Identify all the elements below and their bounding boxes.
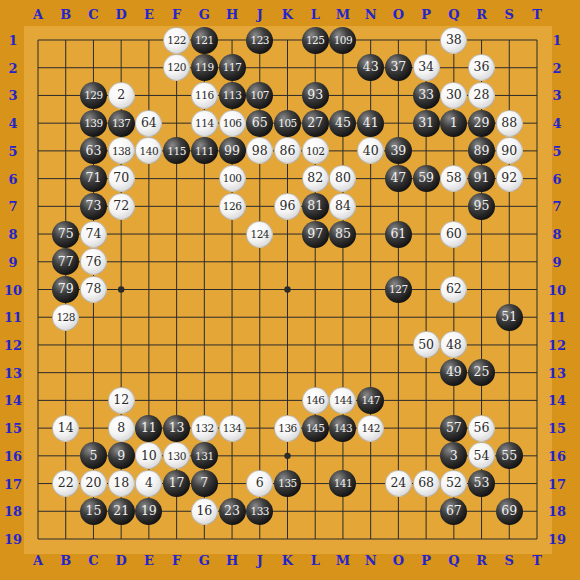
- stone-move-number: 19: [141, 505, 157, 518]
- row-label-right-18: 18: [548, 505, 566, 518]
- row-label-left-13: 13: [4, 366, 22, 379]
- stone-move-number: 120: [167, 62, 186, 73]
- stone-move-number: 16: [196, 505, 212, 518]
- col-label-top-K: K: [282, 8, 293, 21]
- stone-G5-move-111[interactable]: 111: [191, 137, 218, 164]
- stone-H2-move-117[interactable]: 117: [219, 54, 246, 81]
- stone-move-number: 117: [223, 62, 242, 73]
- stone-H4-move-106[interactable]: 106: [219, 110, 246, 137]
- col-label-bottom-C: C: [88, 554, 98, 567]
- stone-P6-move-59[interactable]: 59: [413, 165, 440, 192]
- col-label-bottom-G: G: [199, 554, 210, 567]
- stone-D14-move-12[interactable]: 12: [108, 387, 135, 414]
- stone-J1-move-123[interactable]: 123: [246, 27, 273, 54]
- stone-D4-move-137[interactable]: 137: [108, 110, 135, 137]
- stone-S4-move-88[interactable]: 88: [496, 110, 523, 137]
- stone-Q1-move-38[interactable]: 38: [440, 27, 467, 54]
- stone-move-number: 71: [85, 172, 101, 185]
- stone-S5-move-90[interactable]: 90: [496, 137, 523, 164]
- stone-move-number: 135: [278, 478, 297, 489]
- stone-P2-move-34[interactable]: 34: [413, 54, 440, 81]
- stone-move-number: 126: [223, 201, 242, 212]
- stone-H3-move-113[interactable]: 113: [219, 82, 246, 109]
- star-point-D10: [118, 286, 124, 292]
- row-label-right-12: 12: [548, 338, 566, 351]
- stone-move-number: 62: [446, 283, 462, 296]
- stone-move-number: 89: [474, 145, 490, 158]
- stone-move-number: 52: [446, 477, 462, 490]
- stone-J4-move-65[interactable]: 65: [246, 110, 273, 137]
- stone-move-number: 121: [195, 35, 214, 46]
- stone-R6-move-91[interactable]: 91: [468, 165, 495, 192]
- stone-Q8-move-60[interactable]: 60: [440, 221, 467, 248]
- stone-move-number: 53: [474, 477, 490, 490]
- stone-move-number: 12: [113, 394, 129, 407]
- stone-move-number: 49: [446, 366, 462, 379]
- stone-move-number: 29: [474, 117, 490, 130]
- stone-move-number: 128: [56, 312, 75, 323]
- stone-L15-move-145[interactable]: 145: [302, 415, 329, 442]
- stone-move-number: 7: [200, 477, 208, 490]
- stone-move-number: 40: [363, 145, 379, 158]
- stone-move-number: 4: [145, 477, 153, 490]
- stone-P4-move-31[interactable]: 31: [413, 110, 440, 137]
- stone-move-number: 14: [58, 422, 74, 435]
- stone-move-number: 106: [223, 118, 242, 129]
- stone-move-number: 131: [195, 451, 214, 462]
- stone-move-number: 47: [390, 172, 406, 185]
- row-label-right-3: 3: [552, 89, 561, 102]
- stone-K7-move-96[interactable]: 96: [274, 193, 301, 220]
- stone-move-number: 134: [223, 423, 242, 434]
- stone-E4-move-64[interactable]: 64: [135, 110, 162, 137]
- stone-move-number: 18: [113, 477, 129, 490]
- stone-move-number: 115: [167, 146, 186, 157]
- stone-move-number: 39: [390, 145, 406, 158]
- stone-G17-move-7[interactable]: 7: [191, 470, 218, 497]
- stone-S11-move-51[interactable]: 51: [496, 304, 523, 331]
- stone-move-number: 129: [84, 90, 103, 101]
- stone-move-number: 24: [390, 477, 406, 490]
- stone-move-number: 11: [141, 422, 157, 435]
- stone-move-number: 1: [450, 117, 458, 130]
- col-label-bottom-B: B: [60, 554, 71, 567]
- stone-move-number: 91: [474, 172, 490, 185]
- stone-R7-move-95[interactable]: 95: [468, 193, 495, 220]
- stone-move-number: 124: [250, 229, 269, 240]
- row-label-right-8: 8: [552, 228, 561, 241]
- row-label-left-12: 12: [4, 338, 22, 351]
- stone-move-number: 86: [280, 145, 296, 158]
- stone-move-number: 96: [280, 200, 296, 213]
- stone-K4-move-105[interactable]: 105: [274, 110, 301, 137]
- stone-L5-move-102[interactable]: 102: [302, 137, 329, 164]
- col-label-bottom-A: A: [33, 554, 43, 567]
- stone-move-number: 102: [306, 146, 325, 157]
- stone-move-number: 82: [307, 172, 323, 185]
- stone-move-number: 48: [446, 339, 462, 352]
- stone-L6-move-82[interactable]: 82: [302, 165, 329, 192]
- col-label-top-L: L: [311, 8, 320, 21]
- col-label-bottom-K: K: [282, 554, 293, 567]
- row-label-left-3: 3: [8, 89, 17, 102]
- stone-move-number: 98: [252, 145, 268, 158]
- stone-move-number: 137: [112, 118, 131, 129]
- stone-move-number: 141: [334, 478, 353, 489]
- stone-move-number: 95: [474, 200, 490, 213]
- stone-move-number: 107: [250, 90, 269, 101]
- stone-S6-move-92[interactable]: 92: [496, 165, 523, 192]
- stone-move-number: 70: [113, 172, 129, 185]
- stone-R3-move-28[interactable]: 28: [468, 82, 495, 109]
- stone-B15-move-14[interactable]: 14: [52, 415, 79, 442]
- stone-move-number: 111: [195, 146, 214, 157]
- stone-move-number: 77: [58, 256, 74, 269]
- stone-move-number: 28: [474, 89, 490, 102]
- stone-Q4-move-1[interactable]: 1: [440, 110, 467, 137]
- stone-move-number: 145: [306, 423, 325, 434]
- col-label-top-C: C: [88, 8, 98, 21]
- stone-move-number: 9: [117, 450, 125, 463]
- col-label-top-P: P: [421, 8, 431, 21]
- col-label-top-J: J: [257, 8, 263, 21]
- col-label-top-D: D: [116, 8, 127, 21]
- col-label-bottom-L: L: [311, 554, 320, 567]
- row-label-left-2: 2: [8, 61, 17, 74]
- stone-H5-move-99[interactable]: 99: [219, 137, 246, 164]
- stone-move-number: 88: [501, 117, 517, 130]
- stone-D16-move-9[interactable]: 9: [108, 442, 135, 469]
- stone-move-number: 10: [141, 450, 157, 463]
- col-label-top-G: G: [199, 8, 210, 21]
- stone-C17-move-20[interactable]: 20: [80, 470, 107, 497]
- stone-move-number: 33: [418, 89, 434, 102]
- stone-move-number: 144: [334, 395, 353, 406]
- stone-R17-move-53[interactable]: 53: [468, 470, 495, 497]
- row-label-left-7: 7: [8, 200, 17, 213]
- stone-move-number: 105: [278, 118, 297, 129]
- stone-D7-move-72[interactable]: 72: [108, 193, 135, 220]
- stone-F17-move-17[interactable]: 17: [163, 470, 190, 497]
- col-label-top-B: B: [60, 8, 71, 21]
- col-label-bottom-P: P: [421, 554, 431, 567]
- stone-move-number: 63: [85, 145, 101, 158]
- stone-move-number: 146: [306, 395, 325, 406]
- col-label-bottom-T: T: [532, 554, 542, 567]
- stone-O2-move-37[interactable]: 37: [385, 54, 412, 81]
- stone-J3-move-107[interactable]: 107: [246, 82, 273, 109]
- stone-L4-move-27[interactable]: 27: [302, 110, 329, 137]
- stone-G1-move-121[interactable]: 121: [191, 27, 218, 54]
- stone-D15-move-8[interactable]: 8: [108, 415, 135, 442]
- stone-move-number: 57: [446, 422, 462, 435]
- stone-D5-move-138[interactable]: 138: [108, 137, 135, 164]
- stone-J18-move-133[interactable]: 133: [246, 498, 273, 525]
- stone-M8-move-85[interactable]: 85: [329, 221, 356, 248]
- row-label-left-15: 15: [4, 422, 22, 435]
- stone-move-number: 5: [89, 450, 97, 463]
- stone-K15-move-136[interactable]: 136: [274, 415, 301, 442]
- stone-move-number: 3: [450, 450, 458, 463]
- stone-G18-move-16[interactable]: 16: [191, 498, 218, 525]
- stone-move-number: 31: [418, 117, 434, 130]
- stone-move-number: 79: [58, 283, 74, 296]
- row-label-left-1: 1: [8, 34, 17, 47]
- col-label-bottom-H: H: [226, 554, 238, 567]
- row-label-left-18: 18: [4, 505, 22, 518]
- stone-O8-move-61[interactable]: 61: [385, 221, 412, 248]
- stone-N4-move-41[interactable]: 41: [357, 110, 384, 137]
- col-label-top-F: F: [172, 8, 181, 21]
- stone-move-number: 99: [224, 145, 240, 158]
- stone-P17-move-68[interactable]: 68: [413, 470, 440, 497]
- stone-move-number: 2: [117, 89, 125, 102]
- stone-move-number: 123: [250, 35, 269, 46]
- row-label-left-17: 17: [4, 477, 22, 490]
- stone-S18-move-69[interactable]: 69: [496, 498, 523, 525]
- stone-move-number: 93: [307, 89, 323, 102]
- stone-move-number: 139: [84, 118, 103, 129]
- col-label-bottom-S: S: [505, 554, 514, 567]
- stone-O6-move-47[interactable]: 47: [385, 165, 412, 192]
- stone-move-number: 41: [363, 117, 379, 130]
- stone-move-number: 22: [58, 477, 74, 490]
- stone-move-number: 69: [501, 505, 517, 518]
- stone-L3-move-93[interactable]: 93: [302, 82, 329, 109]
- stone-move-number: 50: [418, 339, 434, 352]
- stone-D17-move-18[interactable]: 18: [108, 470, 135, 497]
- col-label-bottom-O: O: [393, 554, 404, 567]
- stone-P3-move-33[interactable]: 33: [413, 82, 440, 109]
- stone-move-number: 30: [446, 89, 462, 102]
- row-label-left-6: 6: [8, 172, 17, 185]
- stone-move-number: 122: [167, 35, 186, 46]
- row-label-right-19: 19: [548, 533, 566, 546]
- stone-move-number: 64: [141, 117, 157, 130]
- col-label-bottom-N: N: [365, 554, 377, 567]
- col-label-bottom-D: D: [116, 554, 127, 567]
- stone-C6-move-71[interactable]: 71: [80, 165, 107, 192]
- stone-G16-move-131[interactable]: 131: [191, 442, 218, 469]
- stone-move-number: 60: [446, 228, 462, 241]
- stone-move-number: 45: [335, 117, 351, 130]
- stone-move-number: 72: [113, 200, 129, 213]
- stone-move-number: 84: [335, 200, 351, 213]
- stone-move-number: 125: [306, 35, 325, 46]
- stone-move-number: 8: [117, 422, 125, 435]
- row-label-right-16: 16: [548, 449, 566, 462]
- row-label-right-10: 10: [548, 283, 566, 296]
- stone-move-number: 67: [446, 505, 462, 518]
- stone-move-number: 116: [195, 90, 214, 101]
- stone-L14-move-146[interactable]: 146: [302, 387, 329, 414]
- stone-move-number: 17: [169, 477, 185, 490]
- stone-move-number: 25: [474, 366, 490, 379]
- stone-O10-move-127[interactable]: 127: [385, 276, 412, 303]
- stone-move-number: 58: [446, 172, 462, 185]
- stone-move-number: 92: [501, 172, 517, 185]
- stone-G4-move-114[interactable]: 114: [191, 110, 218, 137]
- stone-move-number: 127: [389, 284, 408, 295]
- row-label-right-7: 7: [552, 200, 561, 213]
- row-label-left-8: 8: [8, 228, 17, 241]
- row-label-left-19: 19: [4, 533, 22, 546]
- col-label-bottom-J: J: [257, 554, 263, 567]
- stone-Q18-move-67[interactable]: 67: [440, 498, 467, 525]
- stone-C9-move-76[interactable]: 76: [80, 248, 107, 275]
- stone-move-number: 55: [501, 450, 517, 463]
- stone-B8-move-75[interactable]: 75: [52, 221, 79, 248]
- stone-move-number: 136: [278, 423, 297, 434]
- stone-Q15-move-57[interactable]: 57: [440, 415, 467, 442]
- stone-M4-move-45[interactable]: 45: [329, 110, 356, 137]
- go-game-record: AABBCCDDEEFFGGHHJJKKLLMMNNOOPPQQRRSSTT11…: [0, 0, 580, 580]
- stone-C8-move-74[interactable]: 74: [80, 221, 107, 248]
- stone-move-number: 75: [58, 228, 74, 241]
- stone-move-number: 34: [418, 61, 434, 74]
- row-label-left-16: 16: [4, 449, 22, 462]
- stone-move-number: 65: [252, 117, 268, 130]
- stone-move-number: 56: [474, 422, 490, 435]
- stone-move-number: 23: [224, 505, 240, 518]
- stone-move-number: 74: [85, 228, 101, 241]
- stone-move-number: 21: [113, 505, 129, 518]
- stone-L1-move-125[interactable]: 125: [302, 27, 329, 54]
- stone-P12-move-50[interactable]: 50: [413, 331, 440, 358]
- row-label-right-17: 17: [548, 477, 566, 490]
- stone-O17-move-24[interactable]: 24: [385, 470, 412, 497]
- stone-E15-move-11[interactable]: 11: [135, 415, 162, 442]
- row-label-right-9: 9: [552, 255, 561, 268]
- stone-move-number: 27: [307, 117, 323, 130]
- col-label-top-T: T: [532, 8, 542, 21]
- col-label-bottom-M: M: [336, 554, 350, 567]
- stone-C3-move-129[interactable]: 129: [80, 82, 107, 109]
- stone-move-number: 119: [195, 62, 214, 73]
- stone-move-number: 43: [363, 61, 379, 74]
- row-label-left-9: 9: [8, 255, 17, 268]
- stone-L8-move-97[interactable]: 97: [302, 221, 329, 248]
- stone-move-number: 113: [223, 90, 242, 101]
- stone-M15-move-143[interactable]: 143: [329, 415, 356, 442]
- stone-move-number: 13: [169, 422, 185, 435]
- stone-C7-move-73[interactable]: 73: [80, 193, 107, 220]
- stone-D6-move-70[interactable]: 70: [108, 165, 135, 192]
- stone-move-number: 130: [167, 451, 186, 462]
- stone-D3-move-2[interactable]: 2: [108, 82, 135, 109]
- col-label-bottom-E: E: [144, 554, 154, 567]
- star-point-K10: [284, 286, 290, 292]
- stone-F1-move-122[interactable]: 122: [163, 27, 190, 54]
- stone-J8-move-124[interactable]: 124: [246, 221, 273, 248]
- stone-move-number: 76: [85, 256, 101, 269]
- col-label-bottom-R: R: [476, 554, 487, 567]
- stone-B11-move-128[interactable]: 128: [52, 304, 79, 331]
- row-label-left-5: 5: [8, 144, 17, 157]
- row-label-left-14: 14: [4, 394, 22, 407]
- stone-move-number: 114: [195, 118, 214, 129]
- stone-move-number: 109: [334, 35, 353, 46]
- stone-R15-move-56[interactable]: 56: [468, 415, 495, 442]
- stone-move-number: 147: [361, 395, 380, 406]
- stone-move-number: 54: [474, 450, 490, 463]
- stone-D18-move-21[interactable]: 21: [108, 498, 135, 525]
- stone-L7-move-81[interactable]: 81: [302, 193, 329, 220]
- row-label-right-4: 4: [552, 117, 561, 130]
- stone-H7-move-126[interactable]: 126: [219, 193, 246, 220]
- row-label-right-11: 11: [548, 311, 566, 324]
- stone-move-number: 6: [256, 477, 264, 490]
- stone-move-number: 15: [85, 505, 101, 518]
- stone-move-number: 37: [390, 61, 406, 74]
- stone-E18-move-19[interactable]: 19: [135, 498, 162, 525]
- stone-move-number: 133: [250, 506, 269, 517]
- col-label-top-A: A: [33, 8, 43, 21]
- stone-move-number: 90: [501, 145, 517, 158]
- stone-move-number: 85: [335, 228, 351, 241]
- stone-move-number: 73: [85, 200, 101, 213]
- stone-C18-move-15[interactable]: 15: [80, 498, 107, 525]
- stone-N15-move-142[interactable]: 142: [357, 415, 384, 442]
- row-label-right-13: 13: [548, 366, 566, 379]
- row-label-right-14: 14: [548, 394, 566, 407]
- stone-move-number: 68: [418, 477, 434, 490]
- stone-G3-move-116[interactable]: 116: [191, 82, 218, 109]
- stone-F15-move-13[interactable]: 13: [163, 415, 190, 442]
- row-label-right-1: 1: [552, 34, 561, 47]
- stone-G15-move-132[interactable]: 132: [191, 415, 218, 442]
- stone-move-number: 140: [140, 146, 159, 157]
- row-label-right-6: 6: [552, 172, 561, 185]
- stone-move-number: 143: [334, 423, 353, 434]
- stone-move-number: 81: [307, 200, 323, 213]
- stone-N14-move-147[interactable]: 147: [357, 387, 384, 414]
- stone-C4-move-139[interactable]: 139: [80, 110, 107, 137]
- star-point-K16: [284, 453, 290, 459]
- col-label-top-N: N: [365, 8, 377, 21]
- stone-M1-move-109[interactable]: 109: [329, 27, 356, 54]
- stone-move-number: 100: [223, 173, 242, 184]
- stone-R13-move-25[interactable]: 25: [468, 359, 495, 386]
- row-label-right-5: 5: [552, 144, 561, 157]
- col-label-top-E: E: [144, 8, 154, 21]
- col-label-bottom-Q: Q: [448, 554, 459, 567]
- stone-move-number: 51: [501, 311, 517, 324]
- col-label-top-H: H: [226, 8, 238, 21]
- col-label-top-O: O: [393, 8, 404, 21]
- row-label-right-2: 2: [552, 61, 561, 74]
- stone-move-number: 138: [112, 146, 131, 157]
- stone-R4-move-29[interactable]: 29: [468, 110, 495, 137]
- stone-move-number: 59: [418, 172, 434, 185]
- stone-H15-move-134[interactable]: 134: [219, 415, 246, 442]
- stone-move-number: 20: [85, 477, 101, 490]
- col-label-top-S: S: [505, 8, 514, 21]
- stone-move-number: 61: [390, 228, 406, 241]
- stone-S16-move-55[interactable]: 55: [496, 442, 523, 469]
- stone-G2-move-119[interactable]: 119: [191, 54, 218, 81]
- col-label-top-M: M: [336, 8, 350, 21]
- stone-move-number: 142: [361, 423, 380, 434]
- stone-H6-move-100[interactable]: 100: [219, 165, 246, 192]
- col-label-top-R: R: [476, 8, 487, 21]
- stone-move-number: 80: [335, 172, 351, 185]
- stone-C10-move-78[interactable]: 78: [80, 276, 107, 303]
- stone-H18-move-23[interactable]: 23: [219, 498, 246, 525]
- stone-K17-move-135[interactable]: 135: [274, 470, 301, 497]
- stone-move-number: 97: [307, 228, 323, 241]
- stone-move-number: 132: [195, 423, 214, 434]
